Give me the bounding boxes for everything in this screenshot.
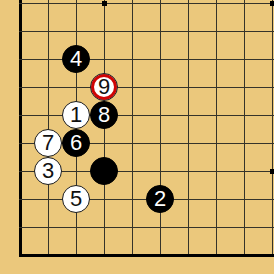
grid-hline [19,59,275,60]
grid-hline [19,227,275,228]
stone-white-c6-move-1[interactable]: 1 [62,101,90,129]
grid-vline [188,0,189,257]
move-number: 1 [70,104,82,126]
go-board[interactable]: 123456789 [0,0,274,274]
stone-black-c8-move-4[interactable]: 4 [62,45,90,73]
move-number: 7 [42,132,54,154]
grid-vline [272,0,273,257]
grid-hline [19,31,275,32]
grid-hline [19,3,275,4]
grid-hline [19,87,275,88]
move-number: 3 [42,160,54,182]
stone-white-d7-move-9[interactable]: 9 [90,73,118,101]
move-number: 6 [70,132,82,154]
grid-vline [216,0,217,257]
stone-black-c5-move-6[interactable]: 6 [62,129,90,157]
star-point-k4 [270,169,275,174]
move-number: 2 [154,188,166,210]
board-left-edge-line [19,0,22,257]
stone-white-c3-move-5[interactable]: 5 [62,185,90,213]
move-number: 4 [70,48,82,70]
grid-vline [132,0,133,257]
stone-black-d6-move-8[interactable]: 8 [90,101,118,129]
move-number: 8 [98,104,110,126]
grid-vline [160,0,161,257]
stone-black-d4[interactable] [90,157,118,185]
board-bottom-edge-line [19,254,275,257]
stone-white-b4-move-3[interactable]: 3 [34,157,62,185]
grid-hline [19,115,275,116]
grid-vline [244,0,245,257]
stone-white-b5-move-7[interactable]: 7 [34,129,62,157]
star-point-k10 [270,1,275,6]
star-point-d10 [102,1,107,6]
move-number: 5 [70,188,82,210]
stone-black-f3-move-2[interactable]: 2 [146,185,174,213]
move-number: 9 [98,76,110,98]
